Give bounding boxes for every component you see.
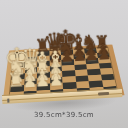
hinge (7, 99, 9, 103)
product-photo: ♜♛♚♝♞♜♝♞♟♟♟♟♟♟♟♟♚♛♝♝♞♞♜♟♟♟♟♟♜♟♟♟ 39.5cm*… (0, 0, 128, 128)
dimensions-caption: 39.5cm*39.5cm (0, 111, 128, 119)
square-h5 (98, 63, 111, 69)
square-g4 (87, 69, 101, 75)
piece-white-pawn: ♟ (48, 71, 64, 89)
piece-black-pawn: ♟ (97, 46, 112, 62)
latch-slot (98, 92, 109, 96)
